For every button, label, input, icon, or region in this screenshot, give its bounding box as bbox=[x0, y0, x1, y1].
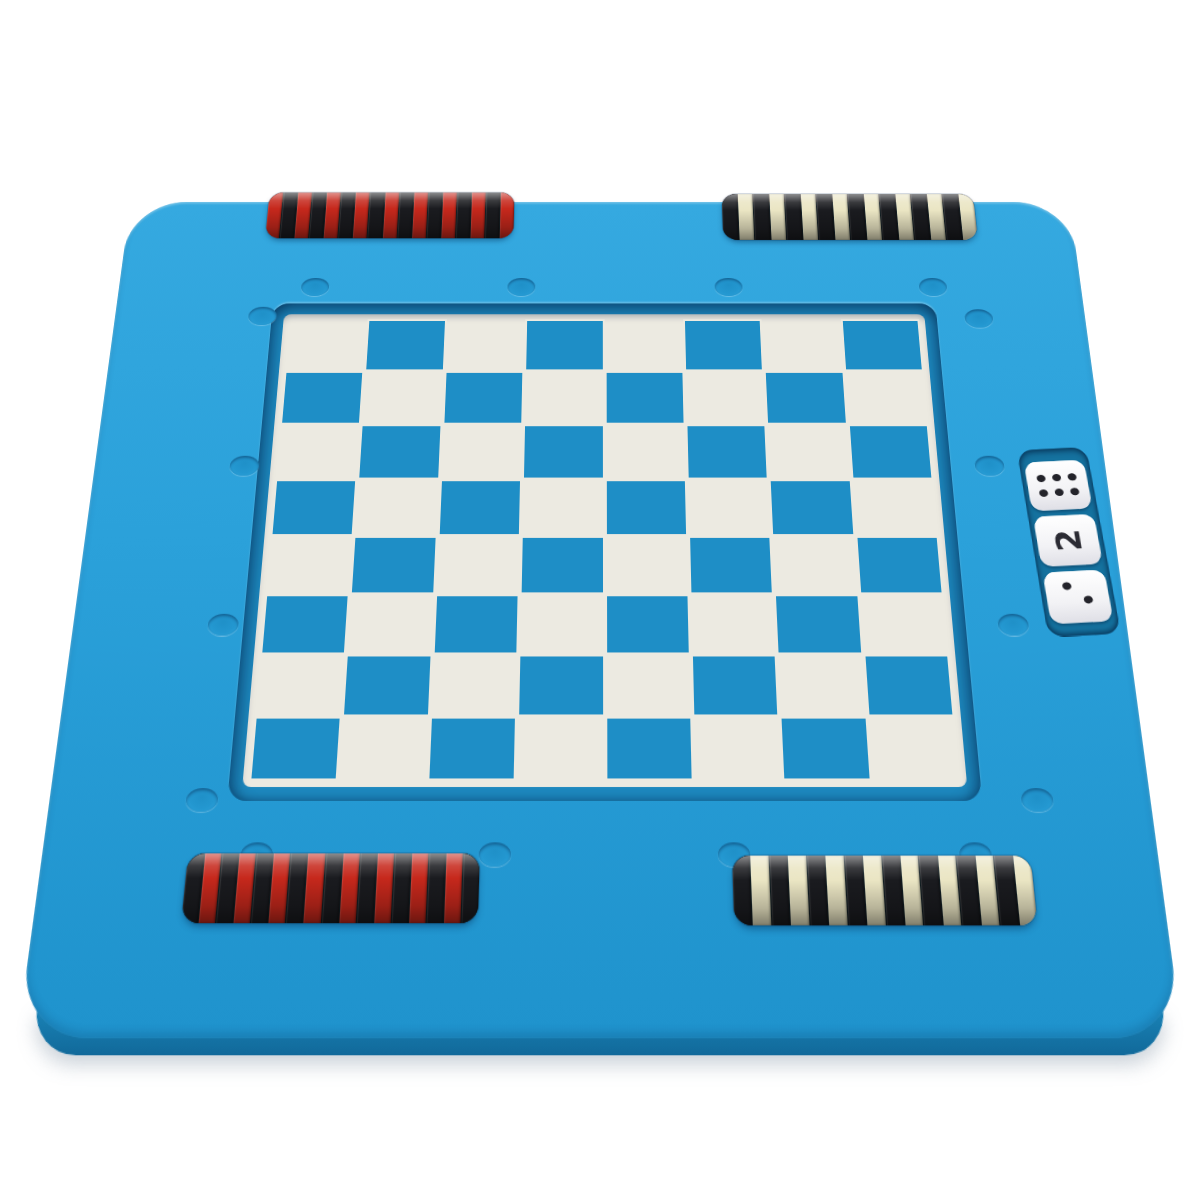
checker-piece-black[interactable] bbox=[785, 194, 803, 240]
board-square[interactable] bbox=[605, 594, 691, 654]
board-square[interactable] bbox=[522, 424, 604, 479]
board-square[interactable] bbox=[762, 319, 844, 371]
board-square[interactable] bbox=[249, 717, 342, 781]
checker-tray-top-right[interactable] bbox=[722, 194, 978, 240]
die-2[interactable]: 2 bbox=[1033, 513, 1103, 566]
board-square[interactable] bbox=[517, 654, 604, 716]
checker-piece-cream[interactable] bbox=[751, 856, 771, 926]
die-pip bbox=[1062, 582, 1072, 590]
checker-piece-black[interactable] bbox=[485, 192, 500, 238]
board-square[interactable] bbox=[867, 717, 960, 781]
board-square[interactable] bbox=[604, 319, 684, 371]
board-square[interactable] bbox=[338, 717, 430, 781]
checker-piece-red[interactable] bbox=[382, 192, 398, 238]
board-square[interactable] bbox=[518, 594, 604, 654]
dimple bbox=[918, 278, 947, 296]
board-square[interactable] bbox=[844, 371, 929, 424]
dimple bbox=[478, 842, 511, 866]
board-square[interactable] bbox=[689, 594, 777, 654]
board-square[interactable] bbox=[769, 479, 855, 536]
board-square[interactable] bbox=[435, 536, 521, 594]
board-square[interactable] bbox=[771, 536, 858, 594]
board-side-edge bbox=[31, 1007, 1170, 1055]
board-square[interactable] bbox=[285, 319, 368, 371]
board-square[interactable] bbox=[516, 717, 605, 781]
board-square[interactable] bbox=[780, 717, 872, 781]
board-square[interactable] bbox=[255, 654, 347, 716]
die-pip bbox=[1083, 596, 1093, 604]
board-square[interactable] bbox=[766, 424, 851, 479]
board-square[interactable] bbox=[691, 654, 780, 716]
board-square[interactable] bbox=[442, 371, 524, 424]
board-square[interactable] bbox=[361, 371, 444, 424]
die-pip bbox=[1054, 489, 1064, 497]
board-square[interactable] bbox=[604, 536, 689, 594]
die-pip bbox=[1067, 473, 1077, 481]
board-square[interactable] bbox=[524, 319, 604, 371]
checker-tray-bottom-left[interactable] bbox=[181, 853, 480, 923]
dimple bbox=[974, 456, 1005, 476]
dimple bbox=[714, 278, 742, 296]
board-square[interactable] bbox=[520, 536, 605, 594]
checker-piece-red[interactable] bbox=[409, 853, 428, 923]
checker-piece-cream[interactable] bbox=[800, 194, 818, 240]
checker-piece-red[interactable] bbox=[444, 853, 463, 923]
board-square[interactable] bbox=[774, 594, 863, 654]
die-1[interactable] bbox=[1024, 459, 1093, 510]
board-square[interactable] bbox=[684, 371, 766, 424]
die-pip bbox=[1070, 488, 1080, 496]
board-square[interactable] bbox=[863, 654, 955, 716]
board-square[interactable] bbox=[427, 717, 517, 781]
board-square[interactable] bbox=[440, 424, 523, 479]
checker-piece-black[interactable] bbox=[426, 192, 442, 238]
board-square[interactable] bbox=[855, 536, 944, 594]
board-square[interactable] bbox=[444, 319, 525, 371]
checker-piece-black[interactable] bbox=[397, 192, 413, 238]
die-pip bbox=[1039, 490, 1049, 498]
die-numeral: 2 bbox=[1037, 509, 1100, 570]
checker-piece-red[interactable] bbox=[441, 192, 457, 238]
board-square[interactable] bbox=[354, 479, 440, 536]
board-square[interactable] bbox=[605, 654, 693, 716]
board-square[interactable] bbox=[604, 424, 686, 479]
die-3[interactable] bbox=[1042, 569, 1113, 624]
dimple bbox=[300, 278, 329, 296]
board-square[interactable] bbox=[280, 371, 365, 424]
checker-piece-cream[interactable] bbox=[788, 856, 809, 926]
checker-piece-black[interactable] bbox=[732, 856, 752, 926]
dimple bbox=[185, 788, 219, 812]
board-square[interactable] bbox=[521, 479, 605, 536]
checker-piece-cream[interactable] bbox=[737, 194, 754, 240]
board-recess bbox=[227, 303, 982, 801]
board-square[interactable] bbox=[840, 319, 923, 371]
board-square[interactable] bbox=[350, 536, 437, 594]
die-pip bbox=[1036, 474, 1046, 482]
dimple bbox=[207, 614, 239, 636]
board-square[interactable] bbox=[275, 424, 361, 479]
dimple bbox=[964, 309, 994, 327]
checker-piece-red[interactable] bbox=[374, 853, 394, 923]
board-square[interactable] bbox=[851, 479, 938, 536]
dimple bbox=[507, 278, 535, 296]
checkerboard-grid bbox=[249, 319, 960, 780]
board-square[interactable] bbox=[687, 479, 772, 536]
board-square[interactable] bbox=[688, 536, 774, 594]
board-square[interactable] bbox=[764, 371, 847, 424]
board-square[interactable] bbox=[859, 594, 949, 654]
board-square[interactable] bbox=[265, 536, 354, 594]
photo-background: 2 bbox=[0, 0, 1200, 1200]
board-square[interactable] bbox=[342, 654, 432, 716]
board-square[interactable] bbox=[346, 594, 435, 654]
checker-piece-black[interactable] bbox=[456, 192, 471, 238]
board-square[interactable] bbox=[605, 717, 694, 781]
die-pip bbox=[1052, 473, 1062, 481]
board-square[interactable] bbox=[430, 654, 519, 716]
checker-piece-black[interactable] bbox=[769, 856, 790, 926]
board-square[interactable] bbox=[777, 654, 867, 716]
board-square[interactable] bbox=[604, 479, 688, 536]
checkerboard bbox=[242, 314, 967, 787]
checker-piece-black[interactable] bbox=[753, 194, 770, 240]
checker-piece-black[interactable] bbox=[722, 194, 739, 240]
dimple bbox=[1020, 788, 1054, 812]
board-square[interactable] bbox=[432, 594, 519, 654]
board-square[interactable] bbox=[848, 424, 934, 479]
checker-tray-top-left[interactable] bbox=[265, 192, 514, 238]
board-square[interactable] bbox=[523, 371, 604, 424]
checker-piece-cream[interactable] bbox=[769, 194, 786, 240]
board-square[interactable] bbox=[685, 424, 769, 479]
dice-slot: 2 bbox=[1017, 447, 1121, 637]
checker-piece-black[interactable] bbox=[426, 853, 445, 923]
game-board: 2 bbox=[17, 202, 1183, 1038]
board-frame: 2 bbox=[17, 202, 1183, 1038]
checker-piece-black[interactable] bbox=[461, 853, 479, 923]
checker-piece-red[interactable] bbox=[412, 192, 428, 238]
checker-tray-bottom-right[interactable] bbox=[732, 856, 1038, 926]
checker-piece-red[interactable] bbox=[470, 192, 485, 238]
checker-piece-black[interactable] bbox=[391, 853, 411, 923]
board-square[interactable] bbox=[365, 319, 447, 371]
board-square[interactable] bbox=[604, 371, 685, 424]
checker-piece-red[interactable] bbox=[500, 192, 515, 238]
board-square[interactable] bbox=[683, 319, 764, 371]
board-square[interactable] bbox=[437, 479, 522, 536]
board-square[interactable] bbox=[358, 424, 443, 479]
board-square[interactable] bbox=[260, 594, 350, 654]
board-square[interactable] bbox=[270, 479, 357, 536]
dimple bbox=[229, 456, 260, 476]
checker-piece-black[interactable] bbox=[807, 856, 828, 926]
board-square[interactable] bbox=[692, 717, 782, 781]
dimple bbox=[997, 614, 1030, 636]
